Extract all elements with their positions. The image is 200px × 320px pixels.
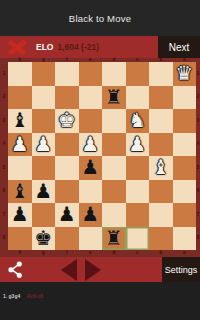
coord-label-7: 7	[196, 203, 200, 227]
prev-move-icon[interactable]	[61, 259, 77, 281]
square-h5[interactable]	[8, 156, 32, 180]
settings-button[interactable]: Settings	[162, 257, 200, 282]
piece-white-king: ♚	[58, 109, 76, 133]
square-d2[interactable]: ♜	[102, 86, 126, 110]
square-b7[interactable]	[149, 203, 173, 227]
coord-label-4: 4	[196, 133, 200, 157]
square-c2[interactable]	[126, 86, 150, 110]
square-f1[interactable]	[55, 62, 79, 86]
square-d1[interactable]	[102, 62, 126, 86]
elo-label: ELO	[36, 42, 53, 52]
piece-white-pawn: ♟	[34, 133, 52, 157]
square-f4[interactable]	[55, 133, 79, 157]
coord-label-5: 5	[196, 156, 200, 180]
square-h2[interactable]	[8, 86, 32, 110]
square-b6[interactable]	[149, 180, 173, 204]
coord-label-3: 3	[0, 109, 8, 133]
move-text-secondary: Rc8-d8	[27, 293, 44, 299]
square-h7[interactable]: ♟	[8, 203, 32, 227]
elo-value: 1,604 (-21)	[57, 42, 99, 52]
square-e3[interactable]	[79, 109, 103, 133]
square-d7[interactable]	[102, 203, 126, 227]
next-button[interactable]: Next	[158, 36, 200, 58]
square-f7[interactable]: ♟	[55, 203, 79, 227]
coord-label-3: 3	[196, 109, 200, 133]
square-c7[interactable]	[126, 203, 150, 227]
square-d8[interactable]: ♜	[102, 227, 126, 251]
piece-white-queen: ♛	[175, 62, 193, 86]
piece-white-pawn: ♟	[11, 133, 29, 157]
square-b8[interactable]	[149, 227, 173, 251]
move-list-panel: 1. g3g4 Rc8-d8	[0, 282, 200, 320]
square-e5[interactable]: ♟	[79, 156, 103, 180]
coord-label-h: h	[8, 251, 32, 256]
coord-label-2: 2	[196, 86, 200, 110]
square-c6[interactable]	[126, 180, 150, 204]
square-g6[interactable]: ♟	[32, 180, 56, 204]
piece-black-pawn: ♟	[81, 203, 99, 227]
square-b3[interactable]	[149, 109, 173, 133]
coord-label-2: 2	[0, 86, 8, 110]
square-c8[interactable]	[126, 227, 150, 251]
square-h4[interactable]: ♟	[8, 133, 32, 157]
title-bar: Black to Move	[0, 0, 200, 36]
square-b1[interactable]	[149, 62, 173, 86]
coord-label-4: 4	[0, 133, 8, 157]
coord-label-a: a	[173, 251, 197, 256]
piece-black-rook: ♜	[105, 86, 123, 110]
square-f6[interactable]	[55, 180, 79, 204]
square-a4[interactable]	[173, 133, 197, 157]
rank-labels-right: 12345678	[196, 62, 200, 250]
square-h3[interactable]: ♝	[8, 109, 32, 133]
square-f8[interactable]	[55, 227, 79, 251]
coord-label-8: 8	[0, 227, 8, 251]
square-f2[interactable]	[55, 86, 79, 110]
piece-black-pawn: ♟	[58, 203, 76, 227]
square-e1[interactable]	[79, 62, 103, 86]
move-nav-arrows	[0, 257, 162, 282]
coord-label-7: 7	[0, 203, 8, 227]
coord-label-g: g	[32, 251, 56, 256]
square-g3[interactable]	[32, 109, 56, 133]
square-e4[interactable]: ♟	[79, 133, 103, 157]
square-d6[interactable]	[102, 180, 126, 204]
board-grid: ♛♜♝♚♞♟♟♟♟♟♝♝♟♟♟♟♚♜	[8, 62, 196, 250]
square-e7[interactable]: ♟	[79, 203, 103, 227]
piece-black-rook: ♜	[105, 227, 123, 251]
elo-bar: ELO 1,604 (-21) Next	[0, 36, 200, 58]
square-f5[interactable]	[55, 156, 79, 180]
square-c1[interactable]	[126, 62, 150, 86]
square-d5[interactable]	[102, 156, 126, 180]
piece-black-bishop: ♝	[11, 180, 29, 204]
square-c5[interactable]	[126, 156, 150, 180]
square-d4[interactable]	[102, 133, 126, 157]
square-a8[interactable]	[173, 227, 197, 251]
coord-label-d: d	[102, 251, 126, 256]
square-a1[interactable]: ♛	[173, 62, 197, 86]
chess-board: hgfedcba hgfedcba 12345678 12345678 ♛♜♝♚…	[0, 58, 200, 257]
square-h6[interactable]: ♝	[8, 180, 32, 204]
square-g1[interactable]	[32, 62, 56, 86]
square-g5[interactable]	[32, 156, 56, 180]
coord-label-b: b	[149, 251, 173, 256]
square-d3[interactable]	[102, 109, 126, 133]
square-f3[interactable]: ♚	[55, 109, 79, 133]
page-title: Black to Move	[69, 13, 131, 24]
coord-label-6: 6	[196, 180, 200, 204]
square-e8[interactable]	[79, 227, 103, 251]
piece-white-pawn: ♟	[128, 133, 146, 157]
square-a3[interactable]	[173, 109, 197, 133]
piece-black-pawn: ♟	[11, 203, 29, 227]
square-g4[interactable]: ♟	[32, 133, 56, 157]
piece-white-knight: ♞	[128, 109, 146, 133]
piece-black-pawn: ♟	[34, 180, 52, 204]
square-e2[interactable]	[79, 86, 103, 110]
piece-white-pawn: ♟	[81, 133, 99, 157]
square-a6[interactable]	[173, 180, 197, 204]
square-b4[interactable]	[149, 133, 173, 157]
next-move-icon[interactable]	[85, 259, 101, 281]
piece-black-bishop: ♝	[11, 109, 29, 133]
close-button[interactable]	[8, 39, 26, 55]
square-h8[interactable]	[8, 227, 32, 251]
square-g2[interactable]	[32, 86, 56, 110]
coord-label-1: 1	[0, 62, 8, 86]
piece-white-bishop: ♝	[152, 156, 170, 180]
rank-labels-left: 12345678	[0, 62, 8, 250]
square-c3[interactable]: ♞	[126, 109, 150, 133]
square-c4[interactable]: ♟	[126, 133, 150, 157]
chess-puzzle-app: Black to Move ELO 1,604 (-21) Next hgfed…	[0, 0, 200, 320]
coord-label-1: 1	[196, 62, 200, 86]
square-a7[interactable]	[173, 203, 197, 227]
square-g8[interactable]: ♚	[32, 227, 56, 251]
coord-label-8: 8	[196, 227, 200, 251]
file-labels-bottom: hgfedcba	[8, 249, 196, 257]
square-a2[interactable]	[173, 86, 197, 110]
coord-label-f: f	[55, 251, 79, 256]
coord-label-e: e	[79, 251, 103, 256]
square-g7[interactable]	[32, 203, 56, 227]
square-e6[interactable]	[79, 180, 103, 204]
coord-label-6: 6	[0, 180, 8, 204]
square-b2[interactable]	[149, 86, 173, 110]
move-text-primary: 1. g3g4	[3, 293, 20, 299]
coord-label-5: 5	[0, 156, 8, 180]
piece-black-pawn: ♟	[81, 156, 99, 180]
square-h1[interactable]	[8, 62, 32, 86]
control-bar: Settings	[0, 257, 200, 282]
coord-label-c: c	[126, 251, 150, 256]
square-b5[interactable]: ♝	[149, 156, 173, 180]
piece-black-king: ♚	[34, 227, 52, 251]
square-a5[interactable]	[173, 156, 197, 180]
